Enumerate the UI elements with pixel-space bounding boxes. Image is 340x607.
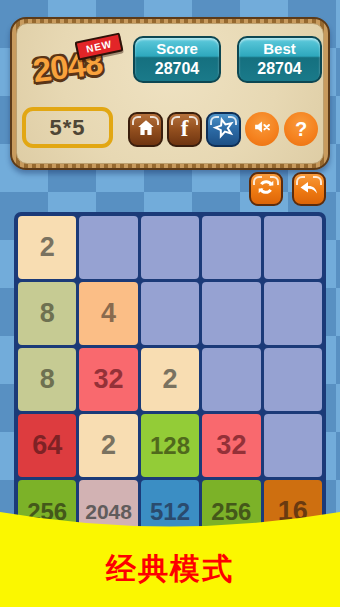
empty-cell	[202, 216, 260, 279]
empty-cell	[264, 348, 322, 411]
facebook-icon: f	[181, 116, 189, 142]
empty-cell	[202, 282, 260, 345]
tile-32: 32	[79, 348, 137, 411]
restart-button[interactable]	[249, 172, 283, 206]
tile-2: 2	[141, 348, 199, 411]
empty-cell	[141, 282, 199, 345]
tile-64: 64	[18, 414, 76, 477]
facebook-button[interactable]: f	[167, 112, 202, 147]
empty-cell	[264, 216, 322, 279]
sound-muted-icon	[251, 116, 273, 143]
score-label: Score	[135, 40, 219, 59]
share-star-button[interactable]	[206, 112, 241, 147]
help-button[interactable]: ?	[284, 112, 318, 146]
tile-8: 8	[18, 348, 76, 411]
empty-cell	[141, 216, 199, 279]
home-icon	[135, 117, 157, 143]
game-screen: 2048 NEW Score 28704 Best 28704 5*5 f ?	[0, 0, 340, 607]
best-score-display: Best 28704	[237, 36, 322, 83]
tile-8: 8	[18, 282, 76, 345]
board-size-label: 5*5	[22, 107, 113, 148]
restart-icon	[254, 175, 278, 203]
empty-cell	[79, 216, 137, 279]
star-icon	[212, 116, 236, 144]
tile-2: 2	[79, 414, 137, 477]
mode-label: 经典模式	[0, 549, 340, 590]
empty-cell	[264, 414, 322, 477]
question-icon: ?	[295, 118, 307, 141]
tile-128: 128	[141, 414, 199, 477]
undo-icon	[297, 175, 321, 203]
score-display: Score 28704	[133, 36, 221, 83]
empty-cell	[202, 348, 260, 411]
tile-2: 2	[18, 216, 76, 279]
score-value: 28704	[135, 59, 219, 79]
empty-cell	[264, 282, 322, 345]
tile-32: 32	[202, 414, 260, 477]
undo-button[interactable]	[292, 172, 326, 206]
best-value: 28704	[239, 59, 320, 79]
tile-4: 4	[79, 282, 137, 345]
mute-button[interactable]	[245, 112, 279, 146]
best-label: Best	[239, 40, 320, 59]
home-button[interactable]	[128, 112, 163, 147]
